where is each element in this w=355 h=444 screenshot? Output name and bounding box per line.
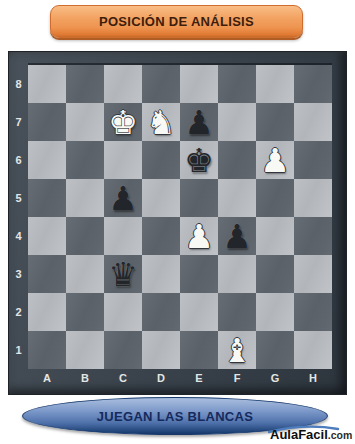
- square-f4: ♟: [218, 217, 256, 255]
- square-e4: ♟: [180, 217, 218, 255]
- logo-brand-suffix: .com: [328, 429, 353, 441]
- file-label-g: G: [256, 367, 294, 394]
- rank-label-8: 8: [9, 65, 28, 103]
- square-f7: [218, 103, 256, 141]
- square-e2: [180, 293, 218, 331]
- square-b4: [66, 217, 104, 255]
- square-g7: [256, 103, 294, 141]
- square-h6: [294, 141, 332, 179]
- square-h3: [294, 255, 332, 293]
- square-c7: ♚: [104, 103, 142, 141]
- square-a6: [28, 141, 66, 179]
- square-a3: [28, 255, 66, 293]
- square-f1: ♝: [218, 331, 256, 369]
- rank-labels: 87654321: [9, 65, 28, 369]
- square-a7: [28, 103, 66, 141]
- file-label-c: C: [104, 367, 142, 394]
- rank-label-6: 6: [9, 141, 28, 179]
- square-h7: [294, 103, 332, 141]
- file-label-f: F: [218, 367, 256, 394]
- square-a5: [28, 179, 66, 217]
- turn-banner-label: JUEGAN LAS BLANCAS: [97, 409, 253, 424]
- square-a4: [28, 217, 66, 255]
- square-e3: [180, 255, 218, 293]
- analysis-banner-label: POSICIÓN DE ANÁLISIS: [99, 14, 254, 29]
- square-g6: ♟: [256, 141, 294, 179]
- square-f8: [218, 65, 256, 103]
- white-pawn-e4: ♟: [184, 220, 214, 253]
- square-h1: [294, 331, 332, 369]
- black-king-e6: ♚: [184, 144, 214, 177]
- square-f3: [218, 255, 256, 293]
- square-a2: [28, 293, 66, 331]
- square-b8: [66, 65, 104, 103]
- square-a8: [28, 65, 66, 103]
- rank-label-2: 2: [9, 293, 28, 331]
- square-b5: [66, 179, 104, 217]
- square-d2: [142, 293, 180, 331]
- square-f2: [218, 293, 256, 331]
- white-king-c7: ♚: [108, 106, 138, 139]
- logo-text: AulaFacil.com: [270, 425, 352, 443]
- rank-label-3: 3: [9, 255, 28, 293]
- black-pawn-f4: ♟: [222, 220, 252, 253]
- square-e6: ♚: [180, 141, 218, 179]
- square-b2: [66, 293, 104, 331]
- square-c5: ♟: [104, 179, 142, 217]
- square-g8: [256, 65, 294, 103]
- white-pawn-g6: ♟: [260, 144, 290, 177]
- logo-brand-name: AulaFacil: [270, 427, 328, 442]
- black-queen-c3: ♛: [108, 258, 138, 291]
- square-b3: [66, 255, 104, 293]
- file-label-d: D: [142, 367, 180, 394]
- file-label-h: H: [294, 367, 332, 394]
- rank-label-7: 7: [9, 103, 28, 141]
- square-c6: [104, 141, 142, 179]
- black-pawn-c5: ♟: [108, 182, 138, 215]
- file-label-e: E: [180, 367, 218, 394]
- rank-label-4: 4: [9, 217, 28, 255]
- square-c1: [104, 331, 142, 369]
- black-pawn-e7: ♟: [184, 106, 214, 139]
- analysis-diagram-page: POSICIÓN DE ANÁLISIS 87654321 ♚♞♟♚♟♟♟♟♛♝…: [0, 0, 355, 444]
- square-d3: [142, 255, 180, 293]
- square-f6: [218, 141, 256, 179]
- square-g5: [256, 179, 294, 217]
- square-d8: [142, 65, 180, 103]
- rank-label-5: 5: [9, 179, 28, 217]
- square-c3: ♛: [104, 255, 142, 293]
- aulafacil-logo: AulaFacil.com: [268, 424, 352, 443]
- square-c4: [104, 217, 142, 255]
- square-g2: [256, 293, 294, 331]
- square-c2: [104, 293, 142, 331]
- rank-label-1: 1: [9, 331, 28, 369]
- square-a1: [28, 331, 66, 369]
- square-e5: [180, 179, 218, 217]
- chessboard-frame: 87654321 ♚♞♟♚♟♟♟♟♛♝ ABCDEFGH: [8, 51, 347, 395]
- square-h4: [294, 217, 332, 255]
- file-label-b: B: [66, 367, 104, 394]
- square-d5: [142, 179, 180, 217]
- square-h2: [294, 293, 332, 331]
- square-g3: [256, 255, 294, 293]
- square-g4: [256, 217, 294, 255]
- white-knight-d7: ♞: [146, 106, 176, 139]
- square-h5: [294, 179, 332, 217]
- chessboard: ♚♞♟♚♟♟♟♟♛♝: [28, 65, 332, 369]
- square-c8: [104, 65, 142, 103]
- square-f5: [218, 179, 256, 217]
- square-h8: [294, 65, 332, 103]
- square-e1: [180, 331, 218, 369]
- square-e8: [180, 65, 218, 103]
- square-g1: [256, 331, 294, 369]
- square-b1: [66, 331, 104, 369]
- square-b6: [66, 141, 104, 179]
- square-b7: [66, 103, 104, 141]
- square-d6: [142, 141, 180, 179]
- square-d1: [142, 331, 180, 369]
- square-d4: [142, 217, 180, 255]
- analysis-banner: POSICIÓN DE ANÁLISIS: [50, 5, 303, 38]
- file-label-a: A: [28, 367, 66, 394]
- white-bishop-f1: ♝: [222, 334, 252, 367]
- square-d7: ♞: [142, 103, 180, 141]
- file-labels: ABCDEFGH: [28, 367, 332, 394]
- square-e7: ♟: [180, 103, 218, 141]
